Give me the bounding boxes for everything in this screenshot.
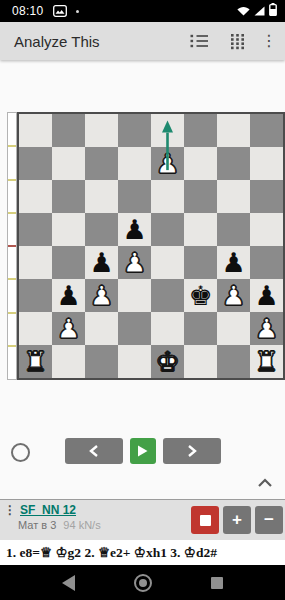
engine-panel: ⋮ SF_NN 12 Мат в 3 94 kN/s + − [0,500,285,540]
square-f2[interactable] [184,312,217,345]
chess-board: ♟♟♟♟♟♟♟♚♟♟♟♟♜♚♜ [17,112,285,380]
square-c8[interactable] [85,114,118,147]
eval-tick [8,179,16,181]
main-content: ♟♟♟♟♟♟♟♚♟♟♟♟♜♚♜ [0,60,285,500]
square-g6[interactable] [217,180,250,213]
square-g3[interactable]: ♟ [217,279,250,312]
square-h7[interactable] [250,147,283,180]
clock: 08:10 [12,4,44,18]
nav-buttons [0,438,285,464]
white-pawn: ♟ [52,312,85,345]
black-king: ♚ [184,279,217,312]
square-h4[interactable] [250,246,283,279]
cell-signal-icon [254,2,265,20]
engine-evaluation: Мат в 3 [18,519,56,531]
square-c6[interactable] [85,180,118,213]
eval-tick [8,212,16,214]
status-right [237,2,277,20]
play-button[interactable] [130,438,156,464]
chevron-right-icon [186,444,198,458]
square-c3[interactable]: ♟ [85,279,118,312]
play-icon [137,445,148,457]
square-f7[interactable] [184,147,217,180]
square-d3[interactable] [118,279,151,312]
square-d6[interactable] [118,180,151,213]
chevron-left-icon [88,444,100,458]
square-c7[interactable] [85,147,118,180]
engine-buttons: + − [191,506,283,534]
white-pawn: ♟ [85,279,118,312]
square-c2[interactable] [85,312,118,345]
square-e6[interactable] [151,180,184,213]
square-b2[interactable]: ♟ [52,312,85,345]
back-move-button[interactable] [65,438,123,464]
chevron-up-icon [257,478,273,488]
overflow-menu-icon[interactable]: ⋮ [263,29,275,53]
engine-speed: 94 kN/s [63,519,100,531]
square-h3[interactable]: ♟ [250,279,283,312]
square-d4[interactable]: ♟ [118,246,151,279]
square-b5[interactable] [52,213,85,246]
square-d1[interactable] [118,345,151,378]
square-a6[interactable] [19,180,52,213]
android-recents-button[interactable] [208,574,226,592]
square-d2[interactable] [118,312,151,345]
phone-screen: 08:10 Analyze This [0,0,285,600]
square-g1[interactable] [217,345,250,378]
square-f8[interactable] [184,114,217,147]
notification-dot [76,10,79,13]
square-d7[interactable] [118,147,151,180]
square-e3[interactable] [151,279,184,312]
drag-handle-icon[interactable]: ⋮ [4,504,16,516]
square-a4[interactable] [19,246,52,279]
square-e2[interactable] [151,312,184,345]
square-b6[interactable] [52,180,85,213]
square-h1[interactable]: ♜ [250,345,283,378]
square-g4[interactable]: ♟ [217,246,250,279]
eval-tick [8,278,16,280]
board-area: ♟♟♟♟♟♟♟♚♟♟♟♟♜♚♜ [7,112,285,380]
analysis-line-row[interactable]: 1. e8=♕ ♔g2 2. ♕e2+ ♔xh1 3. ♔d2# [0,540,285,565]
square-h2[interactable]: ♟ [250,312,283,345]
square-h8[interactable] [250,114,283,147]
status-bar: 08:10 [0,0,285,22]
square-f3[interactable]: ♚ [184,279,217,312]
android-back-button[interactable] [60,574,78,592]
android-nav-bar [0,565,285,600]
square-b4[interactable] [52,246,85,279]
analysis-moves: 1. e8=♕ ♔g2 2. ♕e2+ ♔xh1 3. ♔d2# [6,544,217,561]
square-f6[interactable] [184,180,217,213]
square-h6[interactable] [250,180,283,213]
battery-icon [269,2,277,20]
square-e4[interactable] [151,246,184,279]
square-a1[interactable]: ♜ [19,345,52,378]
app-bar: Analyze This ⋮ [0,22,285,60]
white-rook: ♜ [19,345,52,378]
square-c5[interactable] [85,213,118,246]
remove-line-button[interactable]: − [255,506,283,534]
black-pawn: ♟ [217,246,250,279]
square-g8[interactable] [217,114,250,147]
engine-name-link[interactable]: SF_NN 12 [20,503,76,517]
numbered-list-icon[interactable] [187,29,211,53]
add-line-button[interactable]: + [223,506,251,534]
square-a3[interactable] [19,279,52,312]
square-a7[interactable] [19,147,52,180]
black-pawn: ♟ [52,279,85,312]
square-f4[interactable] [184,246,217,279]
square-f5[interactable] [184,213,217,246]
square-e8[interactable] [151,114,184,147]
eval-tick [8,345,16,347]
white-rook: ♜ [250,345,283,378]
black-pawn: ♟ [118,213,151,246]
recents-icon [211,577,223,589]
square-g5[interactable] [217,213,250,246]
back-icon [62,575,75,591]
square-c4[interactable]: ♟ [85,246,118,279]
square-f1[interactable] [184,345,217,378]
image-notification-icon [53,5,67,17]
grid-icon[interactable] [225,29,249,53]
black-pawn: ♟ [85,246,118,279]
square-b8[interactable] [52,114,85,147]
square-a2[interactable] [19,312,52,345]
eval-center-tick [8,245,16,247]
stop-engine-button[interactable] [191,506,219,534]
app-title: Analyze This [14,33,187,50]
square-a8[interactable] [19,114,52,147]
square-b3[interactable]: ♟ [52,279,85,312]
eval-tick [8,312,16,314]
android-home-button[interactable] [134,574,152,592]
white-pawn: ♟ [118,246,151,279]
move-controls [0,438,285,464]
status-left: 08:10 [8,4,237,18]
white-pawn: ♟ [151,147,184,180]
eval-tick [8,145,16,147]
square-e1[interactable]: ♚ [151,345,184,378]
wifi-icon [237,2,250,20]
square-b1[interactable] [52,345,85,378]
collapse-panel-button[interactable] [257,474,273,486]
square-h5[interactable] [250,213,283,246]
app-bar-actions: ⋮ [187,29,275,53]
white-pawn: ♟ [250,312,283,345]
square-e5[interactable] [151,213,184,246]
forward-move-button[interactable] [163,438,221,464]
square-e7[interactable]: ♟ [151,147,184,180]
square-d5[interactable]: ♟ [118,213,151,246]
square-a5[interactable] [19,213,52,246]
black-pawn: ♟ [250,279,283,312]
stop-icon [200,515,211,526]
white-king: ♚ [151,345,184,378]
square-c1[interactable] [85,345,118,378]
white-pawn: ♟ [217,279,250,312]
square-g2[interactable] [217,312,250,345]
home-icon [134,574,152,592]
square-b7[interactable] [52,147,85,180]
square-d8[interactable] [118,114,151,147]
square-g7[interactable] [217,147,250,180]
evaluation-bar [7,112,17,380]
